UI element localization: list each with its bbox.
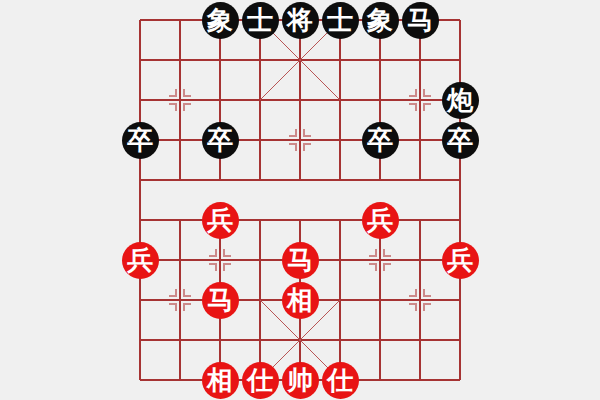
piece-black-elephant[interactable]: 象 [202,2,239,39]
piece-black-advisor[interactable]: 士 [242,2,279,39]
piece-black-soldier[interactable]: 卒 [442,122,479,159]
piece-black-soldier[interactable]: 卒 [122,122,159,159]
piece-black-advisor[interactable]: 士 [322,2,359,39]
piece-red-soldier[interactable]: 兵 [122,242,159,279]
piece-red-general[interactable]: 帅 [282,362,319,399]
piece-red-soldier[interactable]: 兵 [442,242,479,279]
piece-black-elephant[interactable]: 象 [362,2,399,39]
piece-black-horse[interactable]: 马 [402,2,439,39]
piece-black-soldier[interactable]: 卒 [202,122,239,159]
piece-red-horse[interactable]: 马 [282,242,319,279]
piece-black-general[interactable]: 将 [282,2,319,39]
piece-black-cannon[interactable]: 炮 [442,82,479,119]
xiangqi-board: 象士将士象马炮卒卒卒卒兵兵兵马兵马相相仕帅仕 [120,0,480,400]
piece-black-soldier[interactable]: 卒 [362,122,399,159]
piece-red-advisor[interactable]: 仕 [242,362,279,399]
pieces-layer: 象士将士象马炮卒卒卒卒兵兵兵马兵马相相仕帅仕 [120,0,480,400]
piece-red-elephant[interactable]: 相 [282,282,319,319]
piece-red-horse[interactable]: 马 [202,282,239,319]
piece-red-advisor[interactable]: 仕 [322,362,359,399]
piece-red-soldier[interactable]: 兵 [362,202,399,239]
xiangqi-screenshot: 象士将士象马炮卒卒卒卒兵兵兵马兵马相相仕帅仕 [0,0,600,400]
piece-red-elephant[interactable]: 相 [202,362,239,399]
piece-red-soldier[interactable]: 兵 [202,202,239,239]
